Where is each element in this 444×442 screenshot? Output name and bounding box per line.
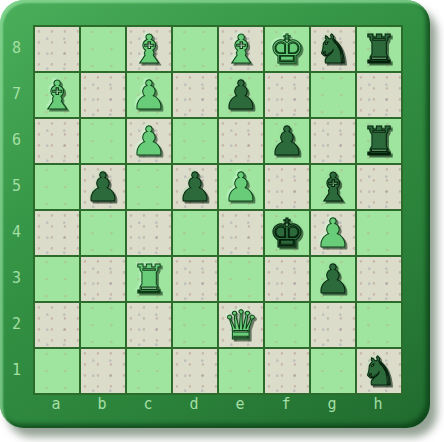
piece-black-pawn[interactable]: ♟ bbox=[315, 257, 351, 301]
piece-white-king[interactable]: ♚ bbox=[269, 27, 305, 71]
piece-black-knight[interactable]: ♞ bbox=[315, 27, 351, 71]
square-f1[interactable] bbox=[265, 349, 309, 393]
square-b3[interactable] bbox=[81, 257, 125, 301]
square-c7[interactable]: ♟ bbox=[127, 73, 171, 117]
square-b1[interactable] bbox=[81, 349, 125, 393]
piece-black-bishop[interactable]: ♝ bbox=[315, 165, 351, 209]
square-a2[interactable] bbox=[35, 303, 79, 347]
file-label-b: b bbox=[79, 391, 125, 417]
piece-white-pawn[interactable]: ♟ bbox=[131, 73, 167, 117]
file-label-f: f bbox=[263, 391, 309, 417]
square-g7[interactable] bbox=[311, 73, 355, 117]
square-f8[interactable]: ♚ bbox=[265, 27, 309, 71]
square-b2[interactable] bbox=[81, 303, 125, 347]
square-b8[interactable] bbox=[81, 27, 125, 71]
square-g8[interactable]: ♞ bbox=[311, 27, 355, 71]
square-d1[interactable] bbox=[173, 349, 217, 393]
square-h1[interactable]: ♞ bbox=[357, 349, 401, 393]
rank-label-7: 7 bbox=[0, 71, 33, 117]
square-d7[interactable] bbox=[173, 73, 217, 117]
rank-label-1: 1 bbox=[0, 347, 33, 393]
square-e6[interactable] bbox=[219, 119, 263, 163]
square-d8[interactable] bbox=[173, 27, 217, 71]
rank-label-5: 5 bbox=[0, 163, 33, 209]
piece-black-rook[interactable]: ♜ bbox=[361, 119, 397, 163]
square-b4[interactable] bbox=[81, 211, 125, 255]
square-c1[interactable] bbox=[127, 349, 171, 393]
chess-board: ♝♝♚♞♜♝♟♟♟♟♜♟♟♟♝♚♟♜♟♛♞ bbox=[33, 25, 403, 395]
square-d3[interactable] bbox=[173, 257, 217, 301]
square-h4[interactable] bbox=[357, 211, 401, 255]
square-h7[interactable] bbox=[357, 73, 401, 117]
square-c2[interactable] bbox=[127, 303, 171, 347]
piece-white-rook[interactable]: ♜ bbox=[131, 257, 167, 301]
square-a8[interactable] bbox=[35, 27, 79, 71]
file-label-g: g bbox=[309, 391, 355, 417]
square-f6[interactable]: ♟ bbox=[265, 119, 309, 163]
square-f3[interactable] bbox=[265, 257, 309, 301]
rank-label-3: 3 bbox=[0, 255, 33, 301]
square-e2[interactable]: ♛ bbox=[219, 303, 263, 347]
square-c5[interactable] bbox=[127, 165, 171, 209]
square-h5[interactable] bbox=[357, 165, 401, 209]
square-b5[interactable]: ♟ bbox=[81, 165, 125, 209]
piece-white-queen[interactable]: ♛ bbox=[223, 303, 259, 347]
square-e3[interactable] bbox=[219, 257, 263, 301]
square-d2[interactable] bbox=[173, 303, 217, 347]
piece-black-rook[interactable]: ♜ bbox=[361, 27, 397, 71]
piece-black-pawn[interactable]: ♟ bbox=[269, 119, 305, 163]
square-g2[interactable] bbox=[311, 303, 355, 347]
square-f4[interactable]: ♚ bbox=[265, 211, 309, 255]
square-c6[interactable]: ♟ bbox=[127, 119, 171, 163]
rank-label-2: 2 bbox=[0, 301, 33, 347]
square-h6[interactable]: ♜ bbox=[357, 119, 401, 163]
square-b7[interactable] bbox=[81, 73, 125, 117]
square-f2[interactable] bbox=[265, 303, 309, 347]
piece-black-pawn[interactable]: ♟ bbox=[223, 73, 259, 117]
piece-black-king[interactable]: ♚ bbox=[269, 211, 305, 255]
square-g5[interactable]: ♝ bbox=[311, 165, 355, 209]
square-e5[interactable]: ♟ bbox=[219, 165, 263, 209]
piece-black-pawn[interactable]: ♟ bbox=[177, 165, 213, 209]
square-g4[interactable]: ♟ bbox=[311, 211, 355, 255]
square-d6[interactable] bbox=[173, 119, 217, 163]
square-b6[interactable] bbox=[81, 119, 125, 163]
chess-app-window: ♝♝♚♞♜♝♟♟♟♟♜♟♟♟♝♚♟♜♟♛♞ 87654321abcdefgh bbox=[0, 0, 444, 442]
rank-label-4: 4 bbox=[0, 209, 33, 255]
rank-label-8: 8 bbox=[0, 25, 33, 71]
file-label-d: d bbox=[171, 391, 217, 417]
square-c8[interactable]: ♝ bbox=[127, 27, 171, 71]
piece-white-pawn[interactable]: ♟ bbox=[131, 119, 167, 163]
square-d5[interactable]: ♟ bbox=[173, 165, 217, 209]
square-a6[interactable] bbox=[35, 119, 79, 163]
square-c3[interactable]: ♜ bbox=[127, 257, 171, 301]
piece-white-bishop[interactable]: ♝ bbox=[223, 27, 259, 71]
piece-white-bishop[interactable]: ♝ bbox=[131, 27, 167, 71]
file-label-h: h bbox=[355, 391, 401, 417]
piece-white-pawn[interactable]: ♟ bbox=[223, 165, 259, 209]
file-label-a: a bbox=[33, 391, 79, 417]
square-g6[interactable] bbox=[311, 119, 355, 163]
square-e7[interactable]: ♟ bbox=[219, 73, 263, 117]
file-label-c: c bbox=[125, 391, 171, 417]
square-a7[interactable]: ♝ bbox=[35, 73, 79, 117]
rank-label-6: 6 bbox=[0, 117, 33, 163]
file-label-e: e bbox=[217, 391, 263, 417]
square-g3[interactable]: ♟ bbox=[311, 257, 355, 301]
square-c4[interactable] bbox=[127, 211, 171, 255]
square-a3[interactable] bbox=[35, 257, 79, 301]
square-a5[interactable] bbox=[35, 165, 79, 209]
square-f7[interactable] bbox=[265, 73, 309, 117]
square-h8[interactable]: ♜ bbox=[357, 27, 401, 71]
piece-white-bishop[interactable]: ♝ bbox=[39, 73, 75, 117]
square-a4[interactable] bbox=[35, 211, 79, 255]
square-f5[interactable] bbox=[265, 165, 309, 209]
square-e8[interactable]: ♝ bbox=[219, 27, 263, 71]
square-h2[interactable] bbox=[357, 303, 401, 347]
piece-black-knight[interactable]: ♞ bbox=[361, 349, 397, 393]
square-a1[interactable] bbox=[35, 349, 79, 393]
square-d4[interactable] bbox=[173, 211, 217, 255]
square-e4[interactable] bbox=[219, 211, 263, 255]
square-g1[interactable] bbox=[311, 349, 355, 393]
square-e1[interactable] bbox=[219, 349, 263, 393]
square-h3[interactable] bbox=[357, 257, 401, 301]
piece-white-pawn[interactable]: ♟ bbox=[315, 211, 351, 255]
piece-black-pawn[interactable]: ♟ bbox=[85, 165, 121, 209]
